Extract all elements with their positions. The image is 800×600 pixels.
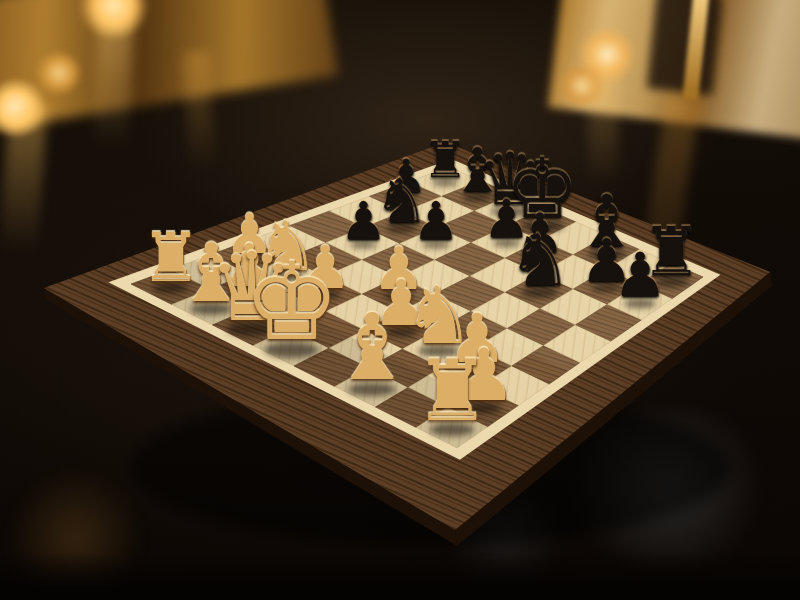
photo-stage: ♜♝♟♛♚♞♟♟♟♝♟♟♞♜♟♜♞♟♟♟♟♝♛♟♚♞♟♝♟♜ bbox=[0, 0, 800, 600]
piece-black-knight-f6[interactable]: ♞ bbox=[497, 225, 583, 296]
pieces-layer: ♜♝♟♛♚♞♟♟♟♝♟♟♞♜♟♜♞♟♟♟♟♝♛♟♚♞♟♝♟♜ bbox=[0, 0, 800, 600]
piece-white-rook-h1[interactable]: ♜ bbox=[402, 349, 503, 434]
piece-black-pawn-h7[interactable]: ♟ bbox=[604, 245, 677, 306]
